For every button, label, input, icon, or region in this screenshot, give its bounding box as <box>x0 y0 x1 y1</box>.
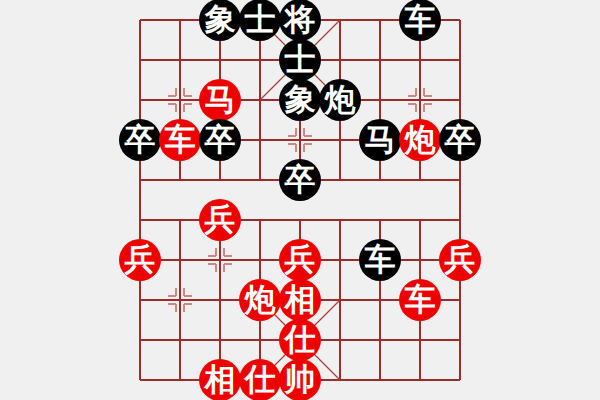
piece-red-pawn[interactable]: 兵 <box>199 199 241 241</box>
piece-red-chariot[interactable]: 车 <box>399 279 441 321</box>
piece-black-advisor[interactable]: 士 <box>279 39 321 81</box>
piece-black-elephant[interactable]: 象 <box>279 79 321 121</box>
piece-black-cannon[interactable]: 炮 <box>319 79 361 121</box>
piece-red-pawn[interactable]: 兵 <box>439 239 481 281</box>
piece-black-advisor[interactable]: 士 <box>239 0 281 41</box>
piece-black-horse[interactable]: 马 <box>359 119 401 161</box>
piece-black-king[interactable]: 将 <box>279 0 321 41</box>
piece-black-pawn[interactable]: 卒 <box>199 119 241 161</box>
piece-black-pawn[interactable]: 卒 <box>279 159 321 201</box>
piece-black-pawn[interactable]: 卒 <box>119 119 161 161</box>
piece-red-cannon[interactable]: 炮 <box>239 279 281 321</box>
piece-red-horse[interactable]: 马 <box>199 79 241 121</box>
piece-red-advisor[interactable]: 仕 <box>239 359 281 400</box>
piece-black-pawn[interactable]: 卒 <box>439 119 481 161</box>
piece-red-pawn[interactable]: 兵 <box>119 239 161 281</box>
piece-red-pawn[interactable]: 兵 <box>279 239 321 281</box>
piece-red-king[interactable]: 帅 <box>279 359 321 400</box>
xiangqi-board: 象士将车士马象炮卒车卒马炮卒卒兵兵兵车兵炮相车仕相仕帅 <box>0 0 600 400</box>
piece-black-elephant[interactable]: 象 <box>199 0 241 41</box>
piece-red-elephant[interactable]: 相 <box>279 279 321 321</box>
screenshot-canvas: 象士将车士马象炮卒车卒马炮卒卒兵兵兵车兵炮相车仕相仕帅 <box>0 0 600 400</box>
piece-black-chariot[interactable]: 车 <box>399 0 441 41</box>
piece-red-advisor[interactable]: 仕 <box>279 319 321 361</box>
piece-red-elephant[interactable]: 相 <box>199 359 241 400</box>
piece-red-cannon[interactable]: 炮 <box>399 119 441 161</box>
piece-black-chariot[interactable]: 车 <box>359 239 401 281</box>
piece-red-chariot[interactable]: 车 <box>159 119 201 161</box>
